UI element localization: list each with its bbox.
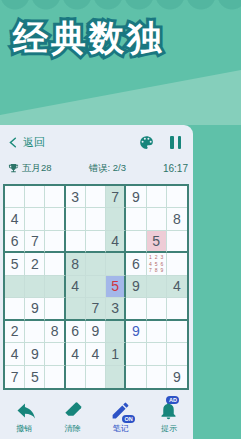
cell-r4c7[interactable]: 6 (126, 253, 146, 275)
cell-r6c5[interactable]: 7 (86, 298, 106, 320)
undo-icon (14, 400, 35, 421)
cell-r5c8[interactable] (147, 276, 167, 298)
cell-r9c5[interactable] (86, 366, 106, 388)
cell-r3c5[interactable] (86, 231, 106, 253)
app-screen: 经典数独 返回 五月28 错误: 2/3 16:1 (0, 0, 241, 439)
cell-r6c9[interactable] (167, 298, 187, 320)
notes-on-badge: ON (122, 415, 135, 423)
cell-r6c1[interactable] (5, 298, 25, 320)
cell-r4c9[interactable] (167, 253, 187, 275)
cell-r4c8[interactable]: 123456789 (147, 253, 167, 275)
cell-r4c3[interactable] (45, 253, 65, 275)
banner-wedge-decoration (0, 70, 241, 125)
cell-r8c9[interactable] (167, 343, 187, 365)
cell-r1c1[interactable] (5, 186, 25, 208)
cell-r2c1[interactable]: 4 (5, 208, 25, 230)
errors-counter: 错误: 2/3 (52, 162, 163, 175)
cell-r8c6[interactable]: 1 (106, 343, 126, 365)
cell-r9c4[interactable] (66, 366, 86, 388)
cell-r4c5[interactable] (86, 253, 106, 275)
cell-r2c3[interactable] (45, 208, 65, 230)
cell-r4c2[interactable]: 2 (25, 253, 45, 275)
cell-r3c6[interactable]: 4 (106, 231, 126, 253)
cell-r5c4[interactable]: 4 (66, 276, 86, 298)
cell-r1c7[interactable]: 9 (126, 186, 146, 208)
cell-r9c2[interactable]: 5 (25, 366, 45, 388)
erase-button[interactable]: 清除 (62, 400, 83, 434)
cell-r5c2[interactable] (25, 276, 45, 298)
cell-r6c2[interactable]: 9 (25, 298, 45, 320)
cell-r3c4[interactable] (66, 231, 86, 253)
date-badge: 五月28 (8, 162, 52, 175)
cell-r9c3[interactable] (45, 366, 65, 388)
cell-r3c7[interactable] (126, 231, 146, 253)
cell-r2c2[interactable] (25, 208, 45, 230)
cell-r8c7[interactable] (126, 343, 146, 365)
timer: 16:17 (163, 163, 188, 174)
cell-r1c2[interactable] (25, 186, 45, 208)
game-card: 返回 五月28 错误: 2/3 16:17 379486745528612345… (0, 125, 193, 439)
eraser-icon (62, 400, 83, 421)
tool-label: 提示 (161, 423, 177, 434)
cell-r2c5[interactable] (86, 208, 106, 230)
nav-bar: 返回 (8, 131, 187, 153)
banner-title: 经典数独 (13, 15, 165, 62)
date-label: 五月28 (22, 162, 52, 175)
cell-r1c3[interactable] (45, 186, 65, 208)
cell-r7c9[interactable] (167, 321, 187, 343)
cell-r1c5[interactable] (86, 186, 106, 208)
cell-r5c7[interactable]: 9 (126, 276, 146, 298)
undo-button[interactable]: 撤销 (14, 400, 35, 434)
cell-r9c8[interactable] (147, 366, 167, 388)
cell-r8c5[interactable]: 4 (86, 343, 106, 365)
cell-r9c7[interactable] (126, 366, 146, 388)
cell-r5c5[interactable] (86, 276, 106, 298)
cell-r8c1[interactable]: 4 (5, 343, 25, 365)
cell-r8c8[interactable] (147, 343, 167, 365)
chevron-left-icon (8, 137, 19, 148)
cell-r9c9[interactable]: 9 (167, 366, 187, 388)
cell-r7c8[interactable] (147, 321, 167, 343)
cell-r4c1[interactable]: 5 (5, 253, 25, 275)
cell-r2c7[interactable] (126, 208, 146, 230)
hint-button[interactable]: AD 提示 (158, 400, 179, 434)
cell-r8c2[interactable]: 9 (25, 343, 45, 365)
cell-r1c9[interactable] (167, 186, 187, 208)
cell-r7c2[interactable] (25, 321, 45, 343)
cell-r1c8[interactable] (147, 186, 167, 208)
cell-r9c1[interactable]: 7 (5, 366, 25, 388)
tool-label: 清除 (64, 423, 80, 434)
cell-r1c6[interactable]: 7 (106, 186, 126, 208)
cell-r4c4[interactable]: 8 (66, 253, 86, 275)
cell-r6c6[interactable]: 3 (106, 298, 126, 320)
cell-r7c5[interactable]: 9 (86, 321, 106, 343)
tool-label: 笔记 (113, 423, 129, 434)
cell-r3c3[interactable] (45, 231, 65, 253)
cell-r4c6[interactable] (106, 253, 126, 275)
cell-r3c1[interactable]: 6 (5, 231, 25, 253)
palette-icon[interactable] (138, 134, 155, 151)
cell-r7c7[interactable]: 9 (126, 321, 146, 343)
cell-r6c8[interactable] (147, 298, 167, 320)
notes-digits: 123456789 (147, 253, 166, 274)
trophy-icon (8, 163, 19, 174)
cell-r5c3[interactable] (45, 276, 65, 298)
cell-r1c4[interactable]: 3 (66, 186, 86, 208)
tool-label: 撤销 (16, 423, 32, 434)
cell-r3c2[interactable]: 7 (25, 231, 45, 253)
cell-r6c4[interactable] (66, 298, 86, 320)
toolbar: 撤销 清除 ON 笔记 AD 提示 (0, 400, 193, 434)
cell-r3c8[interactable]: 5 (147, 231, 167, 253)
cell-r7c3[interactable]: 8 (45, 321, 65, 343)
cell-r7c1[interactable]: 2 (5, 321, 25, 343)
status-bar: 五月28 错误: 2/3 16:17 (8, 162, 188, 175)
back-button[interactable]: 返回 (8, 135, 45, 150)
cell-r3c9[interactable] (167, 231, 187, 253)
cell-r2c9[interactable]: 8 (167, 208, 187, 230)
back-label: 返回 (23, 135, 45, 150)
cell-r9c6[interactable] (106, 366, 126, 388)
cell-r8c4[interactable]: 4 (66, 343, 86, 365)
cell-r6c7[interactable] (126, 298, 146, 320)
cell-r5c9[interactable]: 4 (167, 276, 187, 298)
cell-r7c4[interactable]: 6 (66, 321, 86, 343)
cell-r6c3[interactable] (45, 298, 65, 320)
cell-r2c4[interactable] (66, 208, 86, 230)
cell-r5c6[interactable]: 5 (106, 276, 126, 298)
sudoku-grid: 3794867455286123456789459497328699494417… (3, 184, 189, 390)
cell-r2c6[interactable] (106, 208, 126, 230)
cell-r2c8[interactable] (147, 208, 167, 230)
cell-r7c6[interactable] (106, 321, 126, 343)
pause-button[interactable] (170, 136, 181, 149)
notes-button[interactable]: ON 笔记 (110, 400, 131, 434)
cell-r5c1[interactable] (5, 276, 25, 298)
hint-ad-badge: AD (166, 396, 179, 404)
cell-r8c3[interactable] (45, 343, 65, 365)
